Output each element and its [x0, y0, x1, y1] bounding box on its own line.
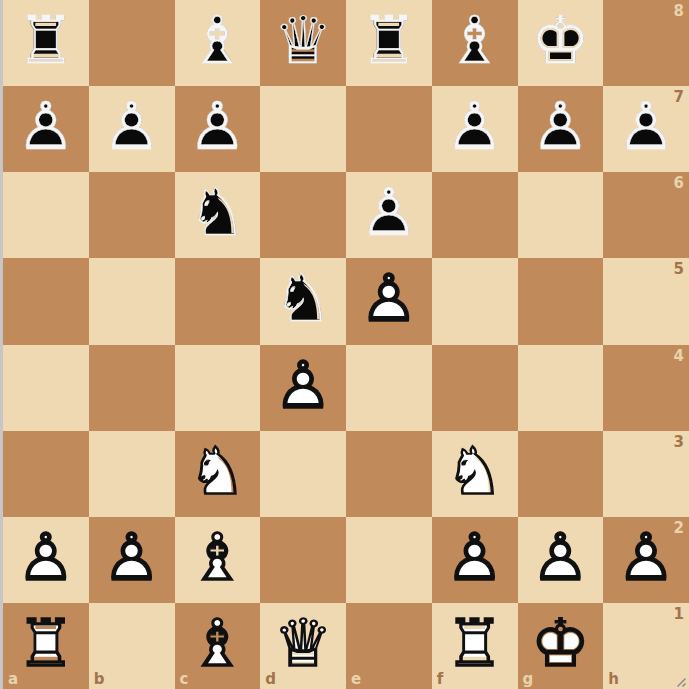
white-pawn-a2[interactable]: ♟♙: [3, 517, 89, 603]
black-pawn-c7[interactable]: ♟♙: [175, 86, 261, 172]
square-f2[interactable]: ♟♙: [432, 517, 518, 603]
rank-label-7: 7: [674, 88, 684, 106]
piece-line-layer: ♙: [346, 258, 432, 344]
piece-line-layer: ♘: [175, 431, 261, 517]
piece-line-layer: ♘: [260, 258, 346, 344]
file-label-g: g: [523, 670, 534, 688]
square-b5[interactable]: [89, 258, 175, 344]
resize-grip-lines: [673, 674, 687, 688]
piece-line-layer: ♙: [3, 517, 89, 603]
piece-line-layer: ♙: [175, 86, 261, 172]
piece-line-layer: ♙: [518, 86, 604, 172]
white-knight-c3[interactable]: ♞♘: [175, 431, 261, 517]
square-b4[interactable]: [89, 345, 175, 431]
piece-line-layer: ♘: [432, 431, 518, 517]
chess-board: ♜♖♝♗♛♕♜♖♝♗♚♔8♟♙♟♙♟♙♟♙♟♙♟♙7♞♘♟♙6♞♘♟♙5♟♙4♞…: [3, 0, 689, 689]
square-e7[interactable]: [346, 86, 432, 172]
rank-label-4: 4: [674, 347, 684, 365]
rank-label-6: 6: [674, 174, 684, 192]
square-a4[interactable]: [3, 345, 89, 431]
square-a3[interactable]: [3, 431, 89, 517]
square-e2[interactable]: [346, 517, 432, 603]
square-h8[interactable]: 8: [603, 0, 689, 86]
black-pawn-b7[interactable]: ♟♙: [89, 86, 175, 172]
square-h2[interactable]: ♟♙2: [603, 517, 689, 603]
black-pawn-f7[interactable]: ♟♙: [432, 86, 518, 172]
square-a1[interactable]: ♜♖a: [3, 603, 89, 689]
square-f7[interactable]: ♟♙: [432, 86, 518, 172]
resize-handle-icon[interactable]: [673, 673, 687, 687]
white-pawn-e5[interactable]: ♟♙: [346, 258, 432, 344]
white-pawn-d4[interactable]: ♟♙: [260, 345, 346, 431]
rank-label-8: 8: [674, 2, 684, 20]
square-g6[interactable]: [518, 172, 604, 258]
black-bishop-f8[interactable]: ♝♗: [432, 0, 518, 86]
file-label-b: b: [94, 670, 105, 688]
piece-line-layer: ♘: [175, 172, 261, 258]
square-a7[interactable]: ♟♙: [3, 86, 89, 172]
square-b7[interactable]: ♟♙: [89, 86, 175, 172]
piece-line-layer: ♙: [89, 86, 175, 172]
file-label-f: f: [437, 670, 444, 688]
piece-line-layer: ♙: [346, 172, 432, 258]
rank-label-1: 1: [674, 605, 684, 623]
rank-label-3: 3: [674, 433, 684, 451]
rank-label-2: 2: [674, 519, 684, 537]
black-bishop-c8[interactable]: ♝♗: [175, 0, 261, 86]
piece-line-layer: ♔: [518, 0, 604, 86]
piece-line-layer: ♗: [175, 0, 261, 86]
square-a6[interactable]: [3, 172, 89, 258]
square-g1[interactable]: ♚♔g: [518, 603, 604, 689]
square-h3[interactable]: 3: [603, 431, 689, 517]
file-label-e: e: [351, 670, 361, 688]
white-bishop-c2[interactable]: ♝♗: [175, 517, 261, 603]
square-c4[interactable]: [175, 345, 261, 431]
piece-line-layer: ♙: [518, 517, 604, 603]
piece-line-layer: ♙: [432, 517, 518, 603]
piece-line-layer: ♖: [3, 0, 89, 86]
square-c2[interactable]: ♝♗: [175, 517, 261, 603]
square-h4[interactable]: 4: [603, 345, 689, 431]
square-h6[interactable]: 6: [603, 172, 689, 258]
black-rook-e8[interactable]: ♜♖: [346, 0, 432, 86]
square-e6[interactable]: ♟♙: [346, 172, 432, 258]
square-c5[interactable]: [175, 258, 261, 344]
file-label-d: d: [265, 670, 276, 688]
square-d8[interactable]: ♛♕: [260, 0, 346, 86]
square-a2[interactable]: ♟♙: [3, 517, 89, 603]
square-a8[interactable]: ♜♖: [3, 0, 89, 86]
piece-line-layer: ♖: [432, 603, 518, 689]
piece-line-layer: ♗: [432, 0, 518, 86]
square-g5[interactable]: [518, 258, 604, 344]
square-c3[interactable]: ♞♘: [175, 431, 261, 517]
square-c6[interactable]: ♞♘: [175, 172, 261, 258]
square-c1[interactable]: ♝♗c: [175, 603, 261, 689]
square-d2[interactable]: [260, 517, 346, 603]
square-g7[interactable]: ♟♙: [518, 86, 604, 172]
rank-label-5: 5: [674, 260, 684, 278]
square-g3[interactable]: [518, 431, 604, 517]
chess-app-window: ♜♖♝♗♛♕♜♖♝♗♚♔8♟♙♟♙♟♙♟♙♟♙♟♙7♞♘♟♙6♞♘♟♙5♟♙4♞…: [0, 0, 689, 689]
white-knight-f3[interactable]: ♞♘: [432, 431, 518, 517]
square-f1[interactable]: ♜♖f: [432, 603, 518, 689]
black-pawn-a7[interactable]: ♟♙: [3, 86, 89, 172]
file-label-c: c: [180, 670, 189, 688]
square-e8[interactable]: ♜♖: [346, 0, 432, 86]
square-b3[interactable]: [89, 431, 175, 517]
square-e5[interactable]: ♟♙: [346, 258, 432, 344]
square-f4[interactable]: [432, 345, 518, 431]
square-f3[interactable]: ♞♘: [432, 431, 518, 517]
square-d7[interactable]: [260, 86, 346, 172]
square-b1[interactable]: b: [89, 603, 175, 689]
piece-line-layer: ♙: [89, 517, 175, 603]
piece-line-layer: ♙: [432, 86, 518, 172]
piece-line-layer: ♕: [260, 0, 346, 86]
piece-line-layer: ♗: [175, 517, 261, 603]
black-queen-d8[interactable]: ♛♕: [260, 0, 346, 86]
black-knight-d5[interactable]: ♞♘: [260, 258, 346, 344]
black-knight-c6[interactable]: ♞♘: [175, 172, 261, 258]
square-d5[interactable]: ♞♘: [260, 258, 346, 344]
white-pawn-g2[interactable]: ♟♙: [518, 517, 604, 603]
white-pawn-f2[interactable]: ♟♙: [432, 517, 518, 603]
square-d4[interactable]: ♟♙: [260, 345, 346, 431]
black-pawn-e6[interactable]: ♟♙: [346, 172, 432, 258]
square-c8[interactable]: ♝♗: [175, 0, 261, 86]
white-pawn-b2[interactable]: ♟♙: [89, 517, 175, 603]
square-d1[interactable]: ♛♕d: [260, 603, 346, 689]
square-c7[interactable]: ♟♙: [175, 86, 261, 172]
piece-line-layer: ♙: [3, 86, 89, 172]
square-d3[interactable]: [260, 431, 346, 517]
square-f8[interactable]: ♝♗: [432, 0, 518, 86]
square-a5[interactable]: [3, 258, 89, 344]
file-label-h: h: [608, 670, 619, 688]
square-g8[interactable]: ♚♔: [518, 0, 604, 86]
piece-line-layer: ♙: [260, 345, 346, 431]
file-label-a: a: [8, 670, 18, 688]
square-e3[interactable]: [346, 431, 432, 517]
piece-line-layer: ♖: [346, 0, 432, 86]
white-rook-f1[interactable]: ♜♖: [432, 603, 518, 689]
square-b6[interactable]: [89, 172, 175, 258]
square-b2[interactable]: ♟♙: [89, 517, 175, 603]
square-h5[interactable]: 5: [603, 258, 689, 344]
square-f6[interactable]: [432, 172, 518, 258]
square-g4[interactable]: [518, 345, 604, 431]
square-b8[interactable]: [89, 0, 175, 86]
black-pawn-g7[interactable]: ♟♙: [518, 86, 604, 172]
square-e1[interactable]: e: [346, 603, 432, 689]
square-h7[interactable]: ♟♙7: [603, 86, 689, 172]
black-king-g8[interactable]: ♚♔: [518, 0, 604, 86]
square-f5[interactable]: [432, 258, 518, 344]
square-d6[interactable]: [260, 172, 346, 258]
square-g2[interactable]: ♟♙: [518, 517, 604, 603]
square-e4[interactable]: [346, 345, 432, 431]
black-rook-a8[interactable]: ♜♖: [3, 0, 89, 86]
